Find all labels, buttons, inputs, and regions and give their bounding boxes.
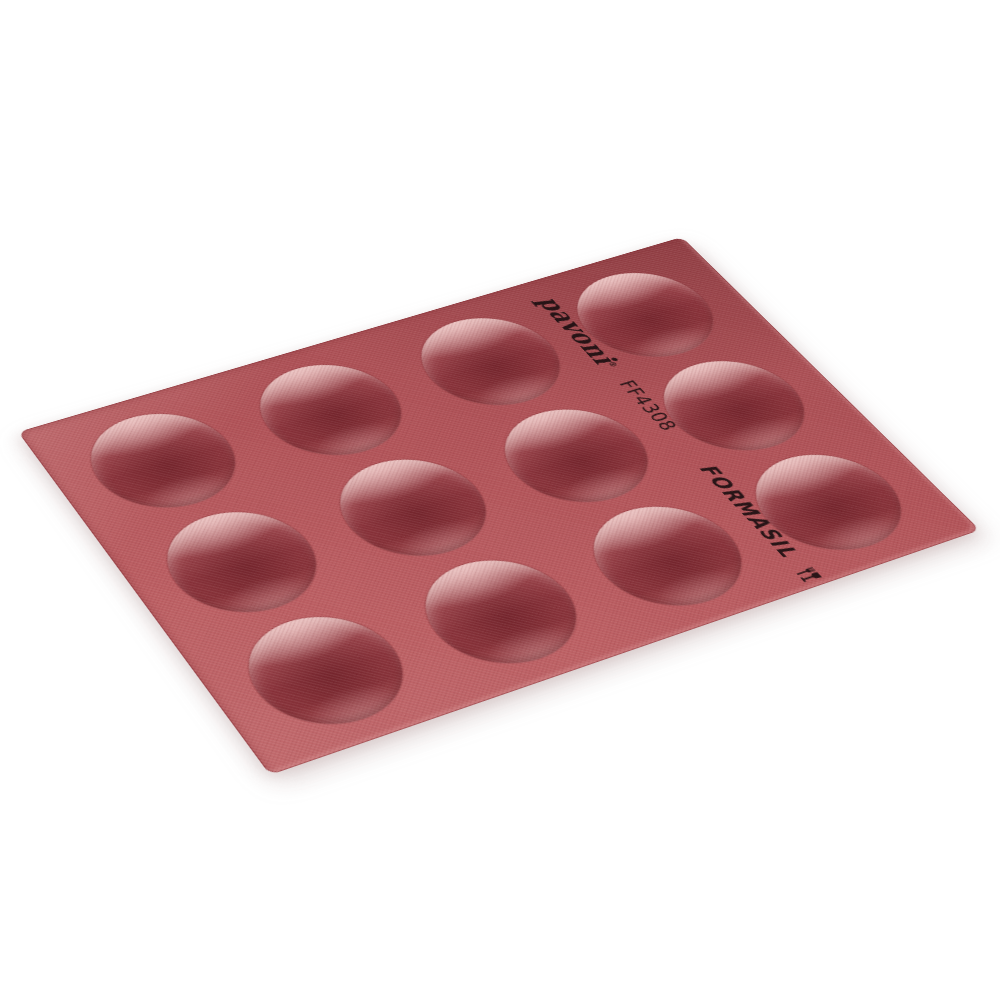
silicone-mould-mat: pavoni® FF4308 FORMASIL: [18, 237, 980, 775]
cavity-grid: [41, 249, 956, 757]
food-safe-icon: [792, 563, 824, 584]
product-photo: pavoni® FF4308 FORMASIL: [0, 0, 1000, 1000]
registered-mark: ®: [606, 360, 621, 368]
